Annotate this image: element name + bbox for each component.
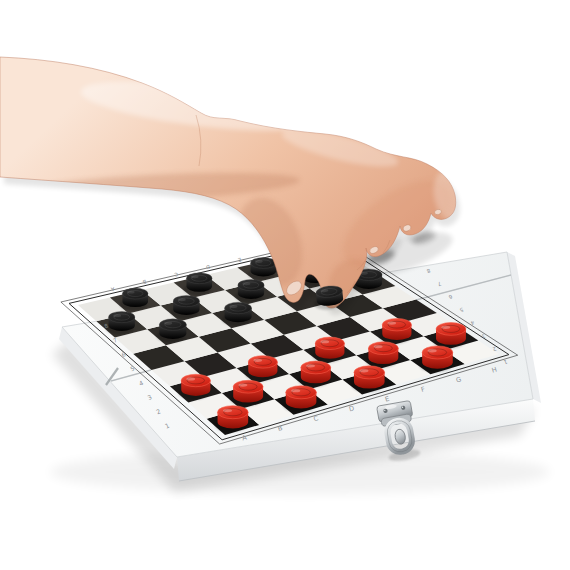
black-piece-b8[interactable]: [120, 288, 148, 311]
red-piece-d2[interactable]: [298, 361, 331, 387]
black-piece-c7[interactable]: [170, 295, 199, 318]
black-piece-b6[interactable]: [157, 319, 187, 343]
red-piece-g1[interactable]: [419, 346, 453, 373]
red-piece-e1[interactable]: [351, 366, 385, 393]
black-piece-d6[interactable]: [222, 302, 252, 326]
red-piece-b2[interactable]: [230, 380, 263, 406]
black-piece-f8[interactable]: [248, 257, 276, 280]
red-piece-a3[interactable]: [178, 374, 210, 399]
red-piece-a1[interactable]: [215, 406, 249, 433]
black-piece-d8[interactable]: [184, 273, 212, 296]
red-piece-c3[interactable]: [245, 356, 277, 381]
red-piece-g3[interactable]: [379, 318, 411, 343]
red-piece-f2[interactable]: [366, 342, 399, 368]
checkers-photo-scene: ABCDEFGHABCDEFGH1234567812345678: [0, 0, 570, 570]
red-piece-h2[interactable]: [433, 323, 466, 349]
red-piece-c1[interactable]: [283, 386, 317, 413]
black-piece-a7[interactable]: [106, 311, 135, 334]
red-piece-e3[interactable]: [312, 337, 344, 362]
black-piece-e7[interactable]: [235, 279, 264, 302]
